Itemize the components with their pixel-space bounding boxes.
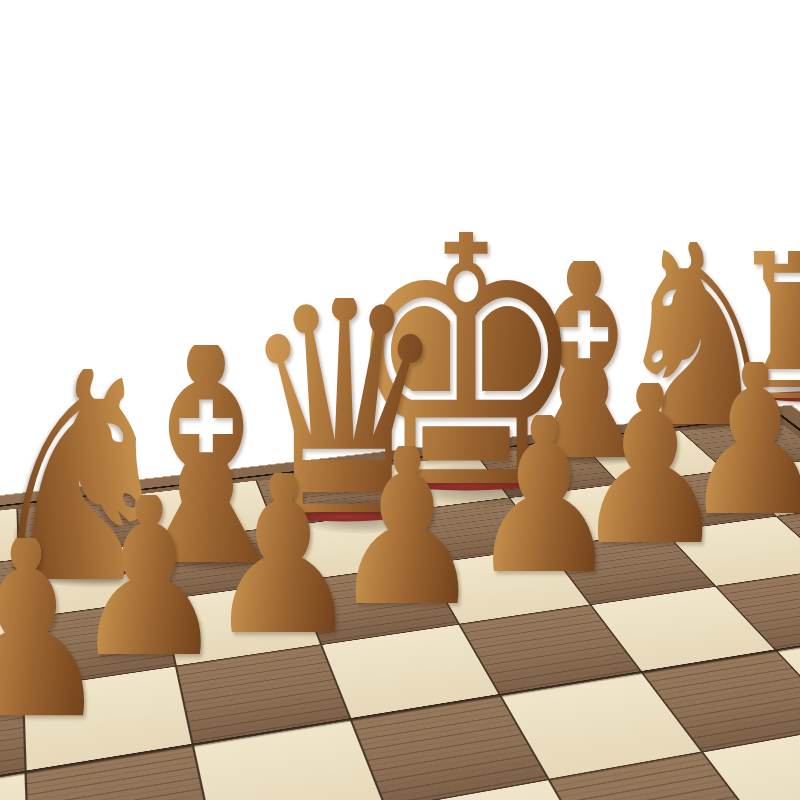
chess-photo-stage: ♜♞♝♚♟♟♛♟♝♞♟♟♟♟: [0, 0, 800, 800]
piece-black-rook-h8[interactable]: ♜: [707, 251, 800, 403]
felt-base: [765, 392, 800, 402]
rook-glyph: ♜: [727, 251, 800, 403]
square-a4[interactable]: [0, 773, 28, 800]
board-frame: [0, 405, 800, 800]
piece-shadow: [762, 382, 800, 407]
board-inlay-border: [0, 414, 800, 800]
chess-board: [0, 405, 800, 800]
knight-glyph: ♞: [611, 242, 789, 430]
piece-black-knight-g8[interactable]: ♞: [586, 242, 800, 430]
board-grid: [0, 420, 800, 800]
